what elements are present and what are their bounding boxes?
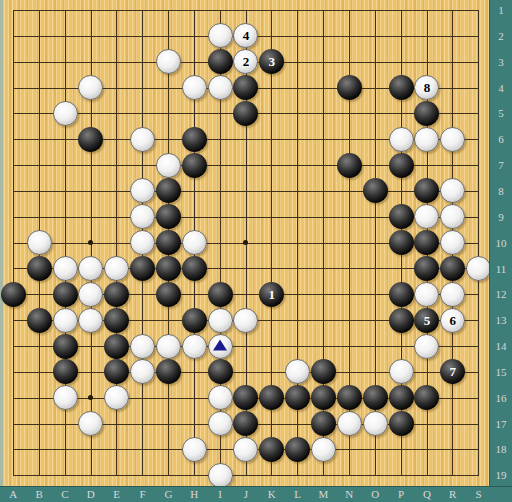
column-label: O (367, 489, 383, 500)
black-stone (389, 282, 414, 307)
column-label: N (341, 489, 357, 500)
black-stone (389, 153, 414, 178)
black-stone (78, 127, 103, 152)
row-label: 9 (490, 212, 512, 223)
left-border (0, 0, 3, 487)
black-stone (208, 282, 233, 307)
white-stone (182, 75, 207, 100)
black-stone (389, 204, 414, 229)
black-stone (389, 411, 414, 436)
white-stone: 6 (440, 308, 465, 333)
black-stone (53, 334, 78, 359)
column-label: I (212, 489, 228, 500)
white-stone (156, 334, 181, 359)
row-label: 16 (490, 393, 512, 404)
black-stone (104, 282, 129, 307)
black-stone (156, 230, 181, 255)
white-stone (233, 308, 258, 333)
stone-number-label: 5 (424, 314, 431, 327)
column-label: P (393, 489, 409, 500)
row-coordinates-strip: 12345678910111213141516171819 (489, 0, 512, 487)
stone-number-label: 8 (424, 81, 431, 94)
white-stone (208, 308, 233, 333)
black-stone (337, 75, 362, 100)
stone-number-label: 7 (450, 365, 457, 378)
column-label: C (57, 489, 73, 500)
black-stone (311, 411, 336, 436)
black-stone (156, 256, 181, 281)
stone-number-label: 6 (450, 314, 457, 327)
black-stone (53, 359, 78, 384)
white-stone (208, 385, 233, 410)
white-stone (53, 256, 78, 281)
white-stone (130, 334, 155, 359)
white-stone (53, 101, 78, 126)
go-game-screenshot: 42381567 12345678910111213141516171819 A… (0, 0, 512, 502)
column-label: G (160, 489, 176, 500)
row-label: 8 (490, 186, 512, 197)
black-stone (27, 256, 52, 281)
black-stone (182, 127, 207, 152)
column-label: J (238, 489, 254, 500)
row-label: 12 (490, 289, 512, 300)
row-label: 2 (490, 31, 512, 42)
row-label: 3 (490, 57, 512, 68)
column-label: H (186, 489, 202, 500)
row-label: 6 (490, 134, 512, 145)
white-stone (363, 411, 388, 436)
white-stone (337, 411, 362, 436)
black-stone (182, 256, 207, 281)
stone-number-label: 1 (269, 288, 276, 301)
column-label: B (31, 489, 47, 500)
row-label: 11 (490, 264, 512, 275)
stone-number-label: 2 (243, 55, 250, 68)
white-stone (414, 127, 439, 152)
black-stone (182, 308, 207, 333)
row-label: 19 (490, 470, 512, 481)
row-label: 17 (490, 419, 512, 430)
column-label: A (5, 489, 21, 500)
white-stone (208, 463, 233, 488)
white-stone (440, 127, 465, 152)
white-stone (182, 437, 207, 462)
white-stone (156, 153, 181, 178)
white-stone (389, 127, 414, 152)
black-stone: 1 (259, 282, 284, 307)
black-stone (53, 282, 78, 307)
column-coordinates-strip: ABCDEFGHIJKLMNOPQRS (0, 486, 512, 502)
white-stone (208, 75, 233, 100)
row-label: 1 (490, 5, 512, 16)
column-label: R (445, 489, 461, 500)
row-label: 10 (490, 238, 512, 249)
white-stone (440, 282, 465, 307)
column-label: D (83, 489, 99, 500)
black-stone (156, 282, 181, 307)
black-stone (208, 49, 233, 74)
black-stone (389, 75, 414, 100)
stone-number-label: 3 (269, 55, 276, 68)
black-stone (104, 308, 129, 333)
white-stone (311, 437, 336, 462)
white-stone (53, 308, 78, 333)
white-stone (182, 230, 207, 255)
row-label: 5 (490, 108, 512, 119)
white-stone (53, 385, 78, 410)
row-label: 13 (490, 315, 512, 326)
white-stone (466, 256, 491, 281)
white-stone (208, 411, 233, 436)
black-stone (208, 359, 233, 384)
column-label: F (135, 489, 151, 500)
row-label: 14 (490, 341, 512, 352)
row-label: 18 (490, 444, 512, 455)
stone-number-label: 4 (243, 29, 250, 42)
white-stone (208, 334, 233, 359)
column-label: S (471, 489, 487, 500)
black-stone (130, 256, 155, 281)
column-label: K (264, 489, 280, 500)
black-stone (27, 308, 52, 333)
row-label: 4 (490, 83, 512, 94)
white-stone (156, 49, 181, 74)
white-stone (389, 359, 414, 384)
white-stone (208, 23, 233, 48)
white-stone (78, 308, 103, 333)
black-stone (389, 230, 414, 255)
row-label: 15 (490, 367, 512, 378)
column-label: E (109, 489, 125, 500)
row-label: 7 (490, 160, 512, 171)
white-stone (27, 230, 52, 255)
black-stone (389, 385, 414, 410)
black-stone (363, 385, 388, 410)
triangle-marker (213, 340, 227, 351)
column-label: L (290, 489, 306, 500)
black-stone (337, 153, 362, 178)
black-stone (1, 282, 26, 307)
black-stone (104, 334, 129, 359)
black-stone: 5 (414, 308, 439, 333)
column-label: Q (419, 489, 435, 500)
white-stone (414, 334, 439, 359)
white-stone (182, 334, 207, 359)
black-stone (285, 437, 310, 462)
black-stone (389, 308, 414, 333)
go-board[interactable]: 42381567 (0, 0, 490, 487)
black-stone (182, 153, 207, 178)
black-stone (337, 385, 362, 410)
white-stone (130, 127, 155, 152)
black-stone (363, 178, 388, 203)
column-label: M (316, 489, 332, 500)
